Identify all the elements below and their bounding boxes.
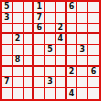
cell-r9c5[interactable] xyxy=(45,88,56,99)
cell-r2c9[interactable] xyxy=(88,13,99,24)
cell-r4c8[interactable] xyxy=(77,34,88,45)
cell-r3c1[interactable] xyxy=(2,24,13,35)
cell-r9c2[interactable] xyxy=(13,88,24,99)
cell-r9c9[interactable] xyxy=(88,88,99,99)
cell-r9c4[interactable] xyxy=(34,88,45,99)
cell-r5c3[interactable] xyxy=(24,45,35,56)
cell-r2c3[interactable] xyxy=(24,13,35,24)
cell-r9c1[interactable] xyxy=(2,88,13,99)
cell-r8c2[interactable] xyxy=(13,77,24,88)
cell-r6c4[interactable] xyxy=(34,56,45,67)
cell-r2c6[interactable] xyxy=(56,13,67,24)
sudoku-board: 51637622453826734 xyxy=(0,0,101,101)
cell-r8c7[interactable] xyxy=(67,77,78,88)
cell-r5c4[interactable] xyxy=(34,45,45,56)
cell-r5c7[interactable] xyxy=(67,45,78,56)
cell-r1c7: 6 xyxy=(67,2,78,13)
cell-r4c5[interactable] xyxy=(45,34,56,45)
cell-r1c2[interactable] xyxy=(13,2,24,13)
cell-r5c1[interactable] xyxy=(2,45,13,56)
cell-r5c2[interactable] xyxy=(13,45,24,56)
cell-r1c9[interactable] xyxy=(88,2,99,13)
cell-r3c5[interactable] xyxy=(45,24,56,35)
cell-r9c6[interactable] xyxy=(56,88,67,99)
cell-r7c4[interactable] xyxy=(34,67,45,78)
cell-r6c7[interactable] xyxy=(67,56,78,67)
cell-r5c6[interactable] xyxy=(56,45,67,56)
cell-r6c2: 8 xyxy=(13,56,24,67)
cell-r3c3[interactable] xyxy=(24,24,35,35)
cell-r1c4: 1 xyxy=(34,2,45,13)
cell-r7c7: 2 xyxy=(67,67,78,78)
cell-r1c3[interactable] xyxy=(24,2,35,13)
cell-r7c9: 6 xyxy=(88,67,99,78)
cell-r6c8[interactable] xyxy=(77,56,88,67)
cell-r8c3[interactable] xyxy=(24,77,35,88)
cell-r3c6: 2 xyxy=(56,24,67,35)
cell-r2c7[interactable] xyxy=(67,13,78,24)
cell-r8c1: 7 xyxy=(2,77,13,88)
cell-r4c3[interactable] xyxy=(24,34,35,45)
cell-r5c8: 3 xyxy=(77,45,88,56)
cell-r2c4: 7 xyxy=(34,13,45,24)
cell-r1c5[interactable] xyxy=(45,2,56,13)
cell-r8c9[interactable] xyxy=(88,77,99,88)
cell-r9c7: 4 xyxy=(67,88,78,99)
cell-r5c9[interactable] xyxy=(88,45,99,56)
cell-r4c2: 2 xyxy=(13,34,24,45)
cell-r7c3[interactable] xyxy=(24,67,35,78)
cell-r8c5: 3 xyxy=(45,77,56,88)
cell-r9c3[interactable] xyxy=(24,88,35,99)
cell-r4c7[interactable] xyxy=(67,34,78,45)
cell-r6c1[interactable] xyxy=(2,56,13,67)
cell-r5c5: 5 xyxy=(45,45,56,56)
cell-r7c6[interactable] xyxy=(56,67,67,78)
cell-r3c9[interactable] xyxy=(88,24,99,35)
cell-r9c8[interactable] xyxy=(77,88,88,99)
cell-r3c2[interactable] xyxy=(13,24,24,35)
cell-r3c7[interactable] xyxy=(67,24,78,35)
cell-r7c1[interactable] xyxy=(2,67,13,78)
cell-r2c1: 3 xyxy=(2,13,13,24)
cell-r2c2[interactable] xyxy=(13,13,24,24)
cell-r8c4[interactable] xyxy=(34,77,45,88)
cell-r7c8[interactable] xyxy=(77,67,88,78)
cell-r1c8[interactable] xyxy=(77,2,88,13)
cell-r4c6: 4 xyxy=(56,34,67,45)
cell-r4c9[interactable] xyxy=(88,34,99,45)
cell-r7c2[interactable] xyxy=(13,67,24,78)
cell-r3c4: 6 xyxy=(34,24,45,35)
cell-r8c6[interactable] xyxy=(56,77,67,88)
cell-r4c4[interactable] xyxy=(34,34,45,45)
cell-r6c9[interactable] xyxy=(88,56,99,67)
cell-r6c3[interactable] xyxy=(24,56,35,67)
cell-r7c5[interactable] xyxy=(45,67,56,78)
cell-r1c6[interactable] xyxy=(56,2,67,13)
cell-r2c8[interactable] xyxy=(77,13,88,24)
cell-r6c5[interactable] xyxy=(45,56,56,67)
cell-r1c1: 5 xyxy=(2,2,13,13)
cell-r6c6[interactable] xyxy=(56,56,67,67)
cell-r2c5[interactable] xyxy=(45,13,56,24)
cell-r8c8[interactable] xyxy=(77,77,88,88)
cell-r3c8[interactable] xyxy=(77,24,88,35)
cell-r4c1[interactable] xyxy=(2,34,13,45)
